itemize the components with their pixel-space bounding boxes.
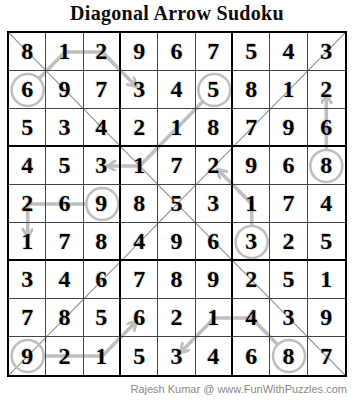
- cell-r6c3[interactable]: 8: [84, 223, 121, 261]
- cell-r1c6[interactable]: 7: [196, 33, 233, 71]
- cell-r6c1[interactable]: 1: [9, 223, 46, 261]
- cell-r8c6[interactable]: 1: [196, 299, 233, 337]
- cell-r5c3[interactable]: 9: [84, 185, 121, 223]
- cell-r3c1[interactable]: 5: [9, 109, 46, 147]
- cell-r1c9[interactable]: 3: [308, 33, 345, 71]
- cell-r3c3[interactable]: 4: [84, 109, 121, 147]
- cell-r3c6[interactable]: 8: [196, 109, 233, 147]
- cell-r9c9[interactable]: 7: [308, 337, 345, 375]
- cell-r1c8[interactable]: 4: [270, 33, 307, 71]
- cell-r8c7[interactable]: 4: [233, 299, 270, 337]
- cell-r3c8[interactable]: 9: [270, 109, 307, 147]
- cell-r4c8[interactable]: 6: [270, 147, 307, 185]
- cell-r1c7[interactable]: 5: [233, 33, 270, 71]
- cell-r3c7[interactable]: 7: [233, 109, 270, 147]
- cell-r3c2[interactable]: 3: [46, 109, 83, 147]
- cell-r9c8[interactable]: 8: [270, 337, 307, 375]
- cell-r7c6[interactable]: 9: [196, 261, 233, 299]
- cell-r4c1[interactable]: 4: [9, 147, 46, 185]
- cell-r2c1[interactable]: 6: [9, 71, 46, 109]
- cell-r7c2[interactable]: 4: [46, 261, 83, 299]
- cell-r9c5[interactable]: 3: [158, 337, 195, 375]
- cell-r4c2[interactable]: 5: [46, 147, 83, 185]
- cell-r3c9[interactable]: 6: [308, 109, 345, 147]
- cell-r2c6[interactable]: 5: [196, 71, 233, 109]
- cell-r1c1[interactable]: 8: [9, 33, 46, 71]
- cell-r2c5[interactable]: 4: [158, 71, 195, 109]
- cell-r8c4[interactable]: 6: [121, 299, 158, 337]
- cell-r1c4[interactable]: 9: [121, 33, 158, 71]
- cell-r4c6[interactable]: 2: [196, 147, 233, 185]
- cell-r6c9[interactable]: 5: [308, 223, 345, 261]
- cell-r4c9[interactable]: 8: [308, 147, 345, 185]
- cell-r7c5[interactable]: 8: [158, 261, 195, 299]
- cell-r5c7[interactable]: 1: [233, 185, 270, 223]
- cell-r9c3[interactable]: 1: [84, 337, 121, 375]
- cell-r2c3[interactable]: 7: [84, 71, 121, 109]
- cell-r4c4[interactable]: 1: [121, 147, 158, 185]
- cell-r3c5[interactable]: 1: [158, 109, 195, 147]
- cell-r6c8[interactable]: 2: [270, 223, 307, 261]
- cell-r7c7[interactable]: 2: [233, 261, 270, 299]
- cell-r8c9[interactable]: 9: [308, 299, 345, 337]
- page-title: Diagonal Arrow Sudoku: [0, 2, 354, 25]
- cell-r7c9[interactable]: 1: [308, 261, 345, 299]
- cell-r5c5[interactable]: 5: [158, 185, 195, 223]
- cell-r8c8[interactable]: 3: [270, 299, 307, 337]
- cell-r2c4[interactable]: 3: [121, 71, 158, 109]
- cell-r2c2[interactable]: 9: [46, 71, 83, 109]
- cell-r7c3[interactable]: 6: [84, 261, 121, 299]
- cell-r5c4[interactable]: 8: [121, 185, 158, 223]
- cell-r5c9[interactable]: 4: [308, 185, 345, 223]
- cell-r9c4[interactable]: 5: [121, 337, 158, 375]
- cell-r5c2[interactable]: 6: [46, 185, 83, 223]
- cell-r6c2[interactable]: 7: [46, 223, 83, 261]
- cell-r3c4[interactable]: 2: [121, 109, 158, 147]
- cell-r9c1[interactable]: 9: [9, 337, 46, 375]
- cell-r9c7[interactable]: 6: [233, 337, 270, 375]
- cell-r7c8[interactable]: 5: [270, 261, 307, 299]
- cell-r5c8[interactable]: 7: [270, 185, 307, 223]
- cell-r9c6[interactable]: 4: [196, 337, 233, 375]
- cell-r1c2[interactable]: 1: [46, 33, 83, 71]
- cell-r5c1[interactable]: 2: [9, 185, 46, 223]
- cell-r2c8[interactable]: 1: [270, 71, 307, 109]
- cell-r9c2[interactable]: 2: [46, 337, 83, 375]
- cell-r2c9[interactable]: 2: [308, 71, 345, 109]
- cell-r4c7[interactable]: 9: [233, 147, 270, 185]
- cell-r5c6[interactable]: 3: [196, 185, 233, 223]
- cell-r2c7[interactable]: 8: [233, 71, 270, 109]
- cell-r4c3[interactable]: 3: [84, 147, 121, 185]
- cell-r6c6[interactable]: 6: [196, 223, 233, 261]
- cell-r8c5[interactable]: 2: [158, 299, 195, 337]
- sudoku-grid: 8129675436973458125342187964531729682698…: [9, 33, 345, 375]
- cell-r7c4[interactable]: 7: [121, 261, 158, 299]
- cell-r1c3[interactable]: 2: [84, 33, 121, 71]
- cell-r8c1[interactable]: 7: [9, 299, 46, 337]
- cell-r1c5[interactable]: 6: [158, 33, 195, 71]
- cell-r8c2[interactable]: 8: [46, 299, 83, 337]
- cell-r7c1[interactable]: 3: [9, 261, 46, 299]
- cell-r6c4[interactable]: 4: [121, 223, 158, 261]
- credit-text: Rajesh Kumar @ www.FunWithPuzzles.com: [130, 383, 347, 395]
- cell-r6c5[interactable]: 9: [158, 223, 195, 261]
- sudoku-board: 8129675436973458125342187964531729682698…: [7, 31, 347, 377]
- cell-r6c7[interactable]: 3: [233, 223, 270, 261]
- cell-r4c5[interactable]: 7: [158, 147, 195, 185]
- cell-r8c3[interactable]: 5: [84, 299, 121, 337]
